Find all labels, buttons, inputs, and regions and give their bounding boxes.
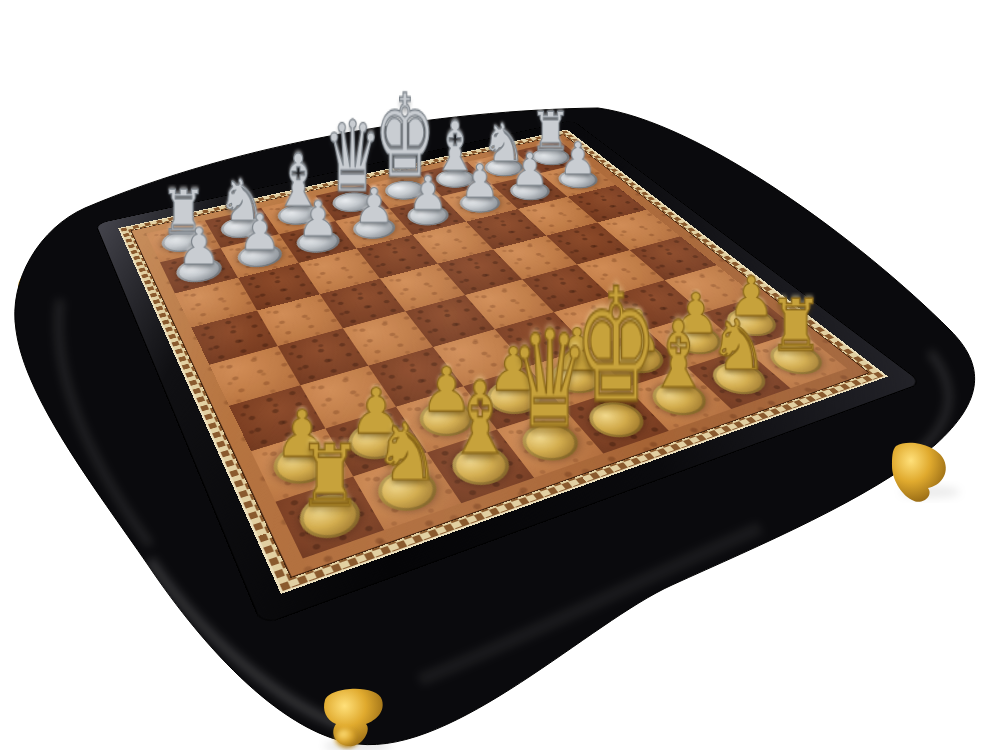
product-photo-scene: ♜♞♝♛♚♝♞♜♟♟♟♟♟♟♟♟♟♟♟♟♟♟♟♟♜♞♝♛♚♝♞♜	[0, 0, 1000, 750]
piece-silver-pawn-g7[interactable]: ♟	[510, 149, 549, 191]
piece-gold-knight-b1[interactable]: ♞	[373, 416, 441, 489]
piece-silver-pawn-e7[interactable]: ♟	[408, 172, 448, 215]
board-grid: ♜♞♝♛♚♝♞♜♟♟♟♟♟♟♟♟♟♟♟♟♟♟♟♟♜♞♝♛♚♝♞♜	[146, 141, 847, 558]
piece-gold-bishop-c1[interactable]: ♝	[446, 372, 514, 465]
piece-silver-pawn-d7[interactable]: ♟	[353, 184, 394, 228]
piece-silver-pawn-a7[interactable]: ♟	[177, 223, 220, 270]
piece-gold-rook-a1[interactable]: ♜	[297, 437, 362, 516]
piece-gold-queen-d1[interactable]: ♛	[510, 318, 589, 442]
piece-silver-pawn-c7[interactable]: ♟	[297, 197, 339, 242]
board-perspective-wrap: ♜♞♝♛♚♝♞♜♟♟♟♟♟♟♟♟♟♟♟♟♟♟♟♟♜♞♝♛♚♝♞♜	[160, 0, 770, 600]
piece-silver-pawn-b7[interactable]: ♟	[238, 210, 280, 256]
piece-gold-knight-g1[interactable]: ♞	[708, 313, 768, 377]
piece-silver-pawn-f7[interactable]: ♟	[460, 160, 499, 202]
board-field: ♜♞♝♛♚♝♞♜♟♟♟♟♟♟♟♟♟♟♟♟♟♟♟♟♜♞♝♛♚♝♞♜	[130, 134, 869, 578]
piece-gold-rook-h1[interactable]: ♜	[768, 293, 823, 359]
piece-silver-pawn-h7[interactable]: ♟	[559, 138, 597, 179]
